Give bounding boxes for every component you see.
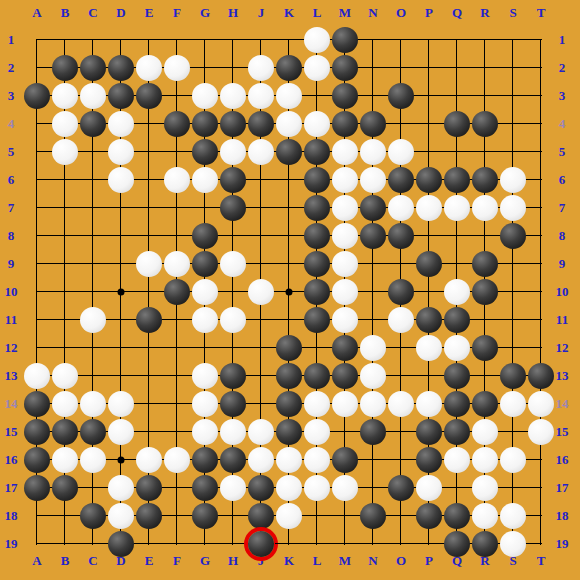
intersection-E17[interactable] (135, 474, 163, 502)
intersection-B4[interactable] (51, 110, 79, 138)
intersection-F5[interactable] (163, 138, 191, 166)
intersection-H18[interactable] (219, 502, 247, 530)
intersection-T4[interactable] (527, 110, 555, 138)
intersection-K5[interactable] (275, 138, 303, 166)
intersection-N3[interactable] (359, 82, 387, 110)
intersection-E9[interactable] (135, 250, 163, 278)
intersection-T18[interactable] (527, 502, 555, 530)
intersection-K17[interactable] (275, 474, 303, 502)
intersection-B12[interactable] (51, 334, 79, 362)
intersection-H17[interactable] (219, 474, 247, 502)
intersection-G4[interactable] (191, 110, 219, 138)
intersection-C14[interactable] (79, 390, 107, 418)
intersection-A4[interactable] (23, 110, 51, 138)
intersection-R4[interactable] (471, 110, 499, 138)
intersection-S16[interactable] (499, 446, 527, 474)
intersection-O10[interactable] (387, 278, 415, 306)
intersection-G15[interactable] (191, 418, 219, 446)
intersection-J6[interactable] (247, 166, 275, 194)
intersection-J2[interactable] (247, 54, 275, 82)
intersection-C1[interactable] (79, 26, 107, 54)
intersection-T2[interactable] (527, 54, 555, 82)
intersection-R14[interactable] (471, 390, 499, 418)
intersection-G2[interactable] (191, 54, 219, 82)
intersection-Q16[interactable] (443, 446, 471, 474)
intersection-S9[interactable] (499, 250, 527, 278)
intersection-K9[interactable] (275, 250, 303, 278)
intersection-Q9[interactable] (443, 250, 471, 278)
intersection-K10[interactable] (275, 278, 303, 306)
intersection-C2[interactable] (79, 54, 107, 82)
intersection-A8[interactable] (23, 222, 51, 250)
intersection-L16[interactable] (303, 446, 331, 474)
intersection-D14[interactable] (107, 390, 135, 418)
intersection-D1[interactable] (107, 26, 135, 54)
intersection-K15[interactable] (275, 418, 303, 446)
intersection-S14[interactable] (499, 390, 527, 418)
intersection-F15[interactable] (163, 418, 191, 446)
intersection-O4[interactable] (387, 110, 415, 138)
intersection-N4[interactable] (359, 110, 387, 138)
intersection-N5[interactable] (359, 138, 387, 166)
intersection-E18[interactable] (135, 502, 163, 530)
intersection-P1[interactable] (415, 26, 443, 54)
intersection-J4[interactable] (247, 110, 275, 138)
intersection-B10[interactable] (51, 278, 79, 306)
intersection-D6[interactable] (107, 166, 135, 194)
intersection-B6[interactable] (51, 166, 79, 194)
intersection-D8[interactable] (107, 222, 135, 250)
intersection-F16[interactable] (163, 446, 191, 474)
intersection-P6[interactable] (415, 166, 443, 194)
intersection-H15[interactable] (219, 418, 247, 446)
intersection-M16[interactable] (331, 446, 359, 474)
intersection-C11[interactable] (79, 306, 107, 334)
intersection-A18[interactable] (23, 502, 51, 530)
intersection-J19[interactable] (247, 530, 275, 558)
intersection-S8[interactable] (499, 222, 527, 250)
intersection-H14[interactable] (219, 390, 247, 418)
intersection-K18[interactable] (275, 502, 303, 530)
intersection-C9[interactable] (79, 250, 107, 278)
intersection-J14[interactable] (247, 390, 275, 418)
intersection-H13[interactable] (219, 362, 247, 390)
intersection-B1[interactable] (51, 26, 79, 54)
intersection-L6[interactable] (303, 166, 331, 194)
intersection-L13[interactable] (303, 362, 331, 390)
intersection-K14[interactable] (275, 390, 303, 418)
intersection-N19[interactable] (359, 530, 387, 558)
intersection-Q8[interactable] (443, 222, 471, 250)
intersection-L17[interactable] (303, 474, 331, 502)
intersection-B5[interactable] (51, 138, 79, 166)
intersection-T8[interactable] (527, 222, 555, 250)
intersection-R15[interactable] (471, 418, 499, 446)
intersection-M2[interactable] (331, 54, 359, 82)
intersection-Q14[interactable] (443, 390, 471, 418)
intersection-C19[interactable] (79, 530, 107, 558)
intersection-O17[interactable] (387, 474, 415, 502)
intersection-M12[interactable] (331, 334, 359, 362)
intersection-M1[interactable] (331, 26, 359, 54)
intersection-B16[interactable] (51, 446, 79, 474)
intersection-A12[interactable] (23, 334, 51, 362)
intersection-H10[interactable] (219, 278, 247, 306)
intersection-M7[interactable] (331, 194, 359, 222)
intersection-Q6[interactable] (443, 166, 471, 194)
intersection-P3[interactable] (415, 82, 443, 110)
intersection-H19[interactable] (219, 530, 247, 558)
intersection-F19[interactable] (163, 530, 191, 558)
intersection-P19[interactable] (415, 530, 443, 558)
intersection-L14[interactable] (303, 390, 331, 418)
intersection-L9[interactable] (303, 250, 331, 278)
intersection-D10[interactable] (107, 278, 135, 306)
intersection-T1[interactable] (527, 26, 555, 54)
intersection-C16[interactable] (79, 446, 107, 474)
intersection-F2[interactable] (163, 54, 191, 82)
intersection-H8[interactable] (219, 222, 247, 250)
intersection-B7[interactable] (51, 194, 79, 222)
intersection-B17[interactable] (51, 474, 79, 502)
intersection-R3[interactable] (471, 82, 499, 110)
intersection-C8[interactable] (79, 222, 107, 250)
intersection-O6[interactable] (387, 166, 415, 194)
intersection-R18[interactable] (471, 502, 499, 530)
intersection-K8[interactable] (275, 222, 303, 250)
intersection-R17[interactable] (471, 474, 499, 502)
intersection-S17[interactable] (499, 474, 527, 502)
intersection-K1[interactable] (275, 26, 303, 54)
intersection-D2[interactable] (107, 54, 135, 82)
intersection-Q11[interactable] (443, 306, 471, 334)
intersection-R13[interactable] (471, 362, 499, 390)
intersection-N9[interactable] (359, 250, 387, 278)
intersection-Q1[interactable] (443, 26, 471, 54)
intersection-G1[interactable] (191, 26, 219, 54)
intersection-S18[interactable] (499, 502, 527, 530)
intersection-P16[interactable] (415, 446, 443, 474)
intersection-M8[interactable] (331, 222, 359, 250)
intersection-F12[interactable] (163, 334, 191, 362)
intersection-B13[interactable] (51, 362, 79, 390)
intersection-G5[interactable] (191, 138, 219, 166)
intersection-J13[interactable] (247, 362, 275, 390)
intersection-N12[interactable] (359, 334, 387, 362)
intersection-S4[interactable] (499, 110, 527, 138)
intersection-M11[interactable] (331, 306, 359, 334)
intersection-L18[interactable] (303, 502, 331, 530)
intersection-Q15[interactable] (443, 418, 471, 446)
intersection-L8[interactable] (303, 222, 331, 250)
intersection-S5[interactable] (499, 138, 527, 166)
intersection-E11[interactable] (135, 306, 163, 334)
intersection-F8[interactable] (163, 222, 191, 250)
intersection-H4[interactable] (219, 110, 247, 138)
intersection-K6[interactable] (275, 166, 303, 194)
intersection-J10[interactable] (247, 278, 275, 306)
intersection-C17[interactable] (79, 474, 107, 502)
intersection-R1[interactable] (471, 26, 499, 54)
intersection-S6[interactable] (499, 166, 527, 194)
intersection-O18[interactable] (387, 502, 415, 530)
intersection-A10[interactable] (23, 278, 51, 306)
intersection-A17[interactable] (23, 474, 51, 502)
intersection-T13[interactable] (527, 362, 555, 390)
intersection-F11[interactable] (163, 306, 191, 334)
intersection-T10[interactable] (527, 278, 555, 306)
intersection-E6[interactable] (135, 166, 163, 194)
intersection-H5[interactable] (219, 138, 247, 166)
intersection-N17[interactable] (359, 474, 387, 502)
intersection-B2[interactable] (51, 54, 79, 82)
intersection-R10[interactable] (471, 278, 499, 306)
intersection-A6[interactable] (23, 166, 51, 194)
intersection-S1[interactable] (499, 26, 527, 54)
intersection-S19[interactable] (499, 530, 527, 558)
intersection-P4[interactable] (415, 110, 443, 138)
intersection-E8[interactable] (135, 222, 163, 250)
intersection-D18[interactable] (107, 502, 135, 530)
intersection-S13[interactable] (499, 362, 527, 390)
intersection-E15[interactable] (135, 418, 163, 446)
intersection-L15[interactable] (303, 418, 331, 446)
intersection-G19[interactable] (191, 530, 219, 558)
intersection-N6[interactable] (359, 166, 387, 194)
intersection-T7[interactable] (527, 194, 555, 222)
intersection-Q7[interactable] (443, 194, 471, 222)
intersection-F4[interactable] (163, 110, 191, 138)
intersection-C13[interactable] (79, 362, 107, 390)
intersection-A7[interactable] (23, 194, 51, 222)
intersection-H3[interactable] (219, 82, 247, 110)
intersection-C4[interactable] (79, 110, 107, 138)
intersection-O8[interactable] (387, 222, 415, 250)
intersection-A9[interactable] (23, 250, 51, 278)
intersection-C15[interactable] (79, 418, 107, 446)
intersection-A19[interactable] (23, 530, 51, 558)
intersection-E2[interactable] (135, 54, 163, 82)
intersection-B9[interactable] (51, 250, 79, 278)
intersection-P10[interactable] (415, 278, 443, 306)
intersection-L12[interactable] (303, 334, 331, 362)
intersection-C7[interactable] (79, 194, 107, 222)
intersection-D5[interactable] (107, 138, 135, 166)
intersection-O11[interactable] (387, 306, 415, 334)
intersection-E7[interactable] (135, 194, 163, 222)
intersection-P15[interactable] (415, 418, 443, 446)
intersection-S10[interactable] (499, 278, 527, 306)
intersection-D3[interactable] (107, 82, 135, 110)
intersection-M15[interactable] (331, 418, 359, 446)
intersection-K11[interactable] (275, 306, 303, 334)
intersection-T11[interactable] (527, 306, 555, 334)
intersection-M18[interactable] (331, 502, 359, 530)
intersection-Q12[interactable] (443, 334, 471, 362)
intersection-B14[interactable] (51, 390, 79, 418)
intersection-T5[interactable] (527, 138, 555, 166)
intersection-L11[interactable] (303, 306, 331, 334)
intersection-S2[interactable] (499, 54, 527, 82)
intersection-K12[interactable] (275, 334, 303, 362)
intersection-O14[interactable] (387, 390, 415, 418)
intersection-G10[interactable] (191, 278, 219, 306)
intersection-K13[interactable] (275, 362, 303, 390)
intersection-N8[interactable] (359, 222, 387, 250)
intersection-G14[interactable] (191, 390, 219, 418)
intersection-P14[interactable] (415, 390, 443, 418)
intersection-N2[interactable] (359, 54, 387, 82)
intersection-Q5[interactable] (443, 138, 471, 166)
intersection-F1[interactable] (163, 26, 191, 54)
intersection-H2[interactable] (219, 54, 247, 82)
intersection-B15[interactable] (51, 418, 79, 446)
intersection-A15[interactable] (23, 418, 51, 446)
intersection-Q18[interactable] (443, 502, 471, 530)
intersection-G6[interactable] (191, 166, 219, 194)
intersection-N15[interactable] (359, 418, 387, 446)
intersection-B8[interactable] (51, 222, 79, 250)
intersection-Q13[interactable] (443, 362, 471, 390)
intersection-E16[interactable] (135, 446, 163, 474)
intersection-D17[interactable] (107, 474, 135, 502)
intersection-O16[interactable] (387, 446, 415, 474)
intersection-F3[interactable] (163, 82, 191, 110)
intersection-Q10[interactable] (443, 278, 471, 306)
intersection-O7[interactable] (387, 194, 415, 222)
intersection-L5[interactable] (303, 138, 331, 166)
intersection-D4[interactable] (107, 110, 135, 138)
intersection-E14[interactable] (135, 390, 163, 418)
intersection-Q2[interactable] (443, 54, 471, 82)
intersection-H9[interactable] (219, 250, 247, 278)
intersection-C10[interactable] (79, 278, 107, 306)
intersection-J12[interactable] (247, 334, 275, 362)
intersection-G3[interactable] (191, 82, 219, 110)
intersection-P9[interactable] (415, 250, 443, 278)
intersection-O9[interactable] (387, 250, 415, 278)
intersection-G11[interactable] (191, 306, 219, 334)
intersection-A2[interactable] (23, 54, 51, 82)
intersection-E5[interactable] (135, 138, 163, 166)
intersection-J5[interactable] (247, 138, 275, 166)
intersection-J11[interactable] (247, 306, 275, 334)
intersection-H7[interactable] (219, 194, 247, 222)
intersection-T15[interactable] (527, 418, 555, 446)
intersection-G17[interactable] (191, 474, 219, 502)
intersection-O19[interactable] (387, 530, 415, 558)
intersection-P18[interactable] (415, 502, 443, 530)
intersection-K7[interactable] (275, 194, 303, 222)
intersection-S11[interactable] (499, 306, 527, 334)
intersection-E4[interactable] (135, 110, 163, 138)
intersection-O1[interactable] (387, 26, 415, 54)
intersection-T9[interactable] (527, 250, 555, 278)
intersection-Q19[interactable] (443, 530, 471, 558)
intersection-N1[interactable] (359, 26, 387, 54)
intersection-E1[interactable] (135, 26, 163, 54)
intersection-N16[interactable] (359, 446, 387, 474)
intersection-H1[interactable] (219, 26, 247, 54)
intersection-S7[interactable] (499, 194, 527, 222)
intersection-D12[interactable] (107, 334, 135, 362)
intersection-K2[interactable] (275, 54, 303, 82)
intersection-N14[interactable] (359, 390, 387, 418)
intersection-L19[interactable] (303, 530, 331, 558)
intersection-N10[interactable] (359, 278, 387, 306)
intersection-C18[interactable] (79, 502, 107, 530)
intersection-O2[interactable] (387, 54, 415, 82)
intersection-E13[interactable] (135, 362, 163, 390)
intersection-M10[interactable] (331, 278, 359, 306)
intersection-A11[interactable] (23, 306, 51, 334)
intersection-B18[interactable] (51, 502, 79, 530)
intersection-O13[interactable] (387, 362, 415, 390)
intersection-D9[interactable] (107, 250, 135, 278)
intersection-L1[interactable] (303, 26, 331, 54)
intersection-C6[interactable] (79, 166, 107, 194)
intersection-G13[interactable] (191, 362, 219, 390)
intersection-R5[interactable] (471, 138, 499, 166)
intersection-L2[interactable] (303, 54, 331, 82)
intersection-J8[interactable] (247, 222, 275, 250)
intersection-A3[interactable] (23, 82, 51, 110)
intersection-J16[interactable] (247, 446, 275, 474)
intersection-T6[interactable] (527, 166, 555, 194)
intersection-L3[interactable] (303, 82, 331, 110)
intersection-E19[interactable] (135, 530, 163, 558)
intersection-O3[interactable] (387, 82, 415, 110)
intersection-M19[interactable] (331, 530, 359, 558)
intersection-M6[interactable] (331, 166, 359, 194)
intersection-O5[interactable] (387, 138, 415, 166)
intersection-M14[interactable] (331, 390, 359, 418)
intersection-F18[interactable] (163, 502, 191, 530)
intersection-T17[interactable] (527, 474, 555, 502)
intersection-T16[interactable] (527, 446, 555, 474)
intersection-F6[interactable] (163, 166, 191, 194)
intersection-G8[interactable] (191, 222, 219, 250)
intersection-K3[interactable] (275, 82, 303, 110)
intersection-R2[interactable] (471, 54, 499, 82)
intersection-D11[interactable] (107, 306, 135, 334)
intersection-G16[interactable] (191, 446, 219, 474)
intersection-G12[interactable] (191, 334, 219, 362)
intersection-D15[interactable] (107, 418, 135, 446)
intersection-J17[interactable] (247, 474, 275, 502)
intersection-A16[interactable] (23, 446, 51, 474)
intersection-N7[interactable] (359, 194, 387, 222)
intersection-C12[interactable] (79, 334, 107, 362)
intersection-E3[interactable] (135, 82, 163, 110)
intersection-F9[interactable] (163, 250, 191, 278)
intersection-A14[interactable] (23, 390, 51, 418)
intersection-Q3[interactable] (443, 82, 471, 110)
intersection-P17[interactable] (415, 474, 443, 502)
intersection-H6[interactable] (219, 166, 247, 194)
intersection-F14[interactable] (163, 390, 191, 418)
intersection-Q4[interactable] (443, 110, 471, 138)
intersection-J3[interactable] (247, 82, 275, 110)
intersection-N13[interactable] (359, 362, 387, 390)
intersection-P8[interactable] (415, 222, 443, 250)
intersection-R8[interactable] (471, 222, 499, 250)
intersection-D7[interactable] (107, 194, 135, 222)
intersection-H11[interactable] (219, 306, 247, 334)
intersection-A1[interactable] (23, 26, 51, 54)
intersection-E12[interactable] (135, 334, 163, 362)
intersection-B3[interactable] (51, 82, 79, 110)
